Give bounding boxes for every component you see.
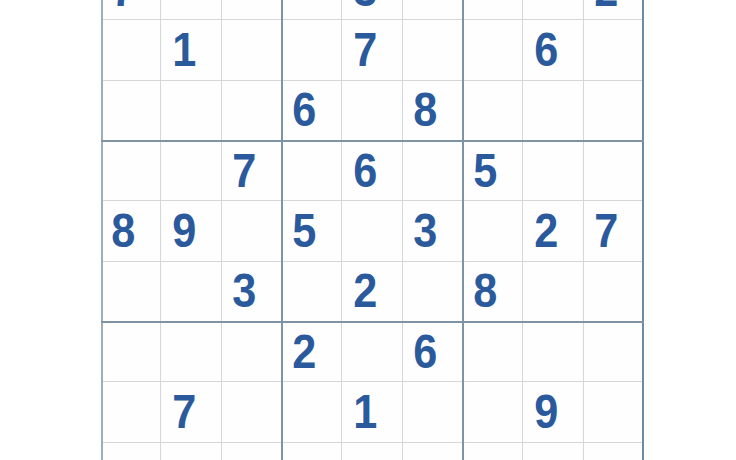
cell-r5c3[interactable] [222,201,282,261]
cell-r9c2[interactable] [161,443,221,460]
cell-r2c6[interactable] [403,20,463,80]
given-digit: 7 [172,388,196,436]
cell-r9c9[interactable] [584,443,644,460]
cell-r3c7[interactable] [463,81,523,141]
given-digit: 8 [112,207,136,255]
given-digit: 7 [112,0,136,14]
cell-r7c4[interactable]: 2 [282,322,342,382]
given-digit: 7 [232,147,256,195]
given-digit: 1 [353,388,377,436]
cell-r8c4[interactable] [282,382,342,442]
cell-r9c4[interactable] [282,443,342,460]
given-digit: 3 [232,267,256,315]
given-digit: 8 [413,86,437,134]
given-digit: 2 [293,328,317,376]
cell-r1c3[interactable] [222,0,282,20]
cell-r2c4[interactable] [282,20,342,80]
cell-r7c5[interactable] [342,322,402,382]
cell-r3c9[interactable] [584,81,644,141]
cell-r6c4[interactable] [282,262,342,322]
cell-r9c6[interactable] [403,443,463,460]
box-line-horizontal-1 [101,140,644,142]
cell-r5c7[interactable] [463,201,523,261]
cell-r4c4[interactable] [282,141,342,201]
cell-r5c9[interactable]: 7 [584,201,644,261]
given-digit: 6 [413,328,437,376]
cell-r2c2[interactable]: 1 [161,20,221,80]
sudoku-board: 7321766876589532732826719 [101,0,644,460]
cell-r9c1[interactable] [101,443,161,460]
cell-r1c9[interactable]: 2 [584,0,644,20]
box-line-vertical-right-edge [642,0,644,460]
cell-r4c2[interactable] [161,141,221,201]
cell-r7c9[interactable] [584,322,644,382]
cell-r3c6[interactable]: 8 [403,81,463,141]
cell-r9c7[interactable] [463,443,523,460]
cell-r8c8[interactable]: 9 [523,382,583,442]
box-line-vertical-2 [462,0,464,460]
cell-r5c5[interactable] [342,201,402,261]
given-digit: 2 [353,267,377,315]
given-digit: 5 [474,147,498,195]
cell-r3c5[interactable] [342,81,402,141]
cell-r8c1[interactable] [101,382,161,442]
cell-r5c6[interactable]: 3 [403,201,463,261]
cell-r2c5[interactable]: 7 [342,20,402,80]
cell-r5c1[interactable]: 8 [101,201,161,261]
cell-r7c1[interactable] [101,322,161,382]
cell-r1c4[interactable] [282,0,342,20]
cell-r7c3[interactable] [222,322,282,382]
given-digit: 9 [534,388,558,436]
cell-r3c1[interactable] [101,81,161,141]
given-digit: 3 [353,0,377,14]
cell-r3c4[interactable]: 6 [282,81,342,141]
given-digit: 9 [172,207,196,255]
given-digit: 7 [353,26,377,74]
cell-r2c9[interactable] [584,20,644,80]
cell-r7c2[interactable] [161,322,221,382]
cell-r1c8[interactable] [523,0,583,20]
cell-r4c9[interactable] [584,141,644,201]
cell-r6c7[interactable]: 8 [463,262,523,322]
cell-r8c2[interactable]: 7 [161,382,221,442]
box-line-vertical-1 [281,0,283,460]
box-line-horizontal-2 [101,321,644,323]
given-digit: 6 [293,86,317,134]
cell-r6c2[interactable] [161,262,221,322]
cell-r3c2[interactable] [161,81,221,141]
cell-r1c6[interactable] [403,0,463,20]
cell-r6c5[interactable]: 2 [342,262,402,322]
cell-r5c8[interactable]: 2 [523,201,583,261]
given-digit: 3 [413,207,437,255]
given-digit: 6 [534,26,558,74]
cell-r4c5[interactable]: 6 [342,141,402,201]
cell-r7c6[interactable]: 6 [403,322,463,382]
cell-r6c9[interactable] [584,262,644,322]
cell-r6c3[interactable]: 3 [222,262,282,322]
cell-r1c2[interactable] [161,0,221,20]
cell-r6c1[interactable] [101,262,161,322]
cell-r2c7[interactable] [463,20,523,80]
cell-r1c7[interactable] [463,0,523,20]
sudoku-page: 7321766876589532732826719 [0,0,736,460]
cell-r7c7[interactable] [463,322,523,382]
cell-r5c4[interactable]: 5 [282,201,342,261]
cell-r8c9[interactable] [584,382,644,442]
cell-r3c3[interactable] [222,81,282,141]
given-digit: 7 [594,207,618,255]
given-digit: 2 [534,207,558,255]
cell-r4c3[interactable]: 7 [222,141,282,201]
cell-r4c7[interactable]: 5 [463,141,523,201]
cell-r2c1[interactable] [101,20,161,80]
cell-r6c8[interactable] [523,262,583,322]
cell-r8c5[interactable]: 1 [342,382,402,442]
cell-r4c1[interactable] [101,141,161,201]
cell-r9c3[interactable] [222,443,282,460]
cell-r9c5[interactable] [342,443,402,460]
cell-r7c8[interactable] [523,322,583,382]
cell-r5c2[interactable]: 9 [161,201,221,261]
given-digit: 8 [474,267,498,315]
cell-r2c3[interactable] [222,20,282,80]
given-digit: 1 [172,26,196,74]
cell-r3c8[interactable] [523,81,583,141]
cell-r8c7[interactable] [463,382,523,442]
given-digit: 5 [293,207,317,255]
cell-r4c6[interactable] [403,141,463,201]
given-digit: 6 [353,147,377,195]
cell-r6c6[interactable] [403,262,463,322]
given-digit: 2 [594,0,618,14]
cell-r2c8[interactable]: 6 [523,20,583,80]
cell-r8c3[interactable] [222,382,282,442]
cell-r1c5[interactable]: 3 [342,0,402,20]
cell-r9c8[interactable] [523,443,583,460]
box-line-vertical-left-edge [101,0,103,460]
cell-r4c8[interactable] [523,141,583,201]
cell-r1c1[interactable]: 7 [101,0,161,20]
cell-r8c6[interactable] [403,382,463,442]
